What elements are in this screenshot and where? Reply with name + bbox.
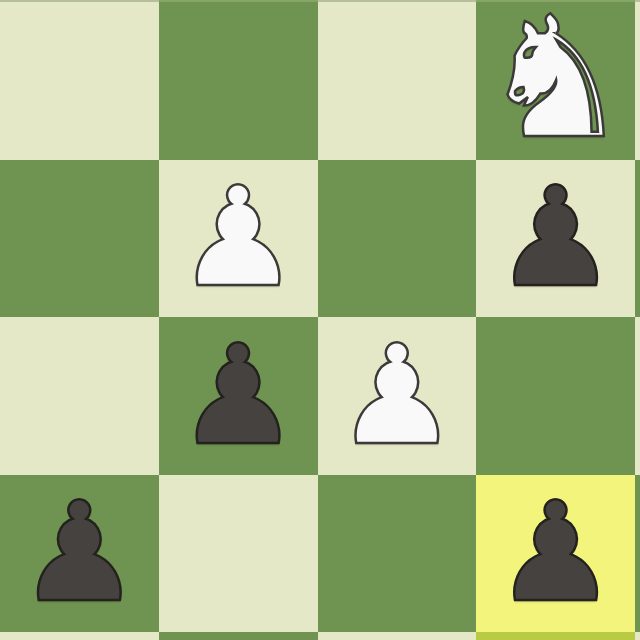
bottom-edge-sliver-c1 xyxy=(159,632,318,640)
square-r0c0[interactable] xyxy=(0,2,159,160)
bottom-edge-sliver-c2 xyxy=(318,632,477,640)
right-edge-sliver-r2 xyxy=(635,317,640,475)
bottom-edge-sliver-c3 xyxy=(476,632,635,640)
white-knight[interactable]: ♞ xyxy=(480,0,631,162)
bottom-edge-sliver-c4 xyxy=(635,632,640,640)
square-r1c1[interactable]: ♟ xyxy=(159,160,318,318)
black-pawn[interactable]: ♟ xyxy=(494,169,618,307)
square-r3c2[interactable] xyxy=(318,475,477,633)
square-r2c2[interactable]: ♟ xyxy=(318,317,477,475)
square-r0c1[interactable] xyxy=(159,2,318,160)
black-pawn[interactable]: ♟ xyxy=(18,484,142,622)
right-edge-sliver-r0 xyxy=(635,2,640,160)
square-r0c2[interactable] xyxy=(318,2,477,160)
black-pawn[interactable]: ♟ xyxy=(494,484,618,622)
square-r3c0[interactable]: ♟ xyxy=(0,475,159,633)
chess-board: ♞♟♟♟♟♟♟ xyxy=(0,0,640,640)
white-pawn[interactable]: ♟ xyxy=(335,327,459,465)
square-r3c3-lastmove-highlight[interactable]: ♟ xyxy=(476,475,635,633)
right-edge-sliver-r1 xyxy=(635,160,640,318)
square-r1c2[interactable] xyxy=(318,160,477,318)
square-r2c3[interactable] xyxy=(476,317,635,475)
square-r2c1[interactable]: ♟ xyxy=(159,317,318,475)
black-pawn[interactable]: ♟ xyxy=(176,327,300,465)
bottom-edge-sliver-c0 xyxy=(0,632,159,640)
square-r2c0[interactable] xyxy=(0,317,159,475)
right-edge-sliver-r3 xyxy=(635,475,640,633)
square-r1c3[interactable]: ♟ xyxy=(476,160,635,318)
square-r3c1[interactable] xyxy=(159,475,318,633)
square-r0c3[interactable]: ♞ xyxy=(476,2,635,160)
white-pawn[interactable]: ♟ xyxy=(176,169,300,307)
square-r1c0[interactable] xyxy=(0,160,159,318)
